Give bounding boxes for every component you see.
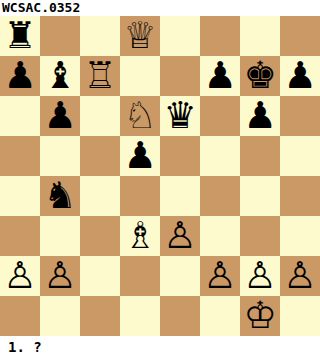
square-d8[interactable]: ♕ (120, 16, 160, 56)
square-b7[interactable]: ♝ (40, 56, 80, 96)
square-g3[interactable] (240, 216, 280, 256)
square-e3[interactable]: ♙ (160, 216, 200, 256)
black-queen-icon: ♛ (163, 96, 196, 136)
white-queen-icon: ♕ (123, 16, 156, 56)
move-prompt: 1. ? (0, 336, 320, 360)
square-d3[interactable]: ♗ (120, 216, 160, 256)
square-h1[interactable] (280, 296, 320, 336)
square-c4[interactable] (80, 176, 120, 216)
square-e7[interactable] (160, 56, 200, 96)
square-g1[interactable]: ♔ (240, 296, 280, 336)
white-king-icon: ♔ (243, 296, 276, 336)
square-f5[interactable] (200, 136, 240, 176)
square-h7[interactable]: ♟ (280, 56, 320, 96)
square-h5[interactable] (280, 136, 320, 176)
square-f3[interactable] (200, 216, 240, 256)
black-pawn-icon: ♟ (243, 96, 276, 136)
square-g2[interactable]: ♙ (240, 256, 280, 296)
square-e5[interactable] (160, 136, 200, 176)
square-f4[interactable] (200, 176, 240, 216)
white-rook-icon: ♖ (83, 56, 116, 96)
black-pawn-icon: ♟ (203, 56, 236, 96)
square-b3[interactable] (40, 216, 80, 256)
square-h8[interactable] (280, 16, 320, 56)
square-b5[interactable] (40, 136, 80, 176)
square-d1[interactable] (120, 296, 160, 336)
square-c1[interactable] (80, 296, 120, 336)
square-h4[interactable] (280, 176, 320, 216)
black-knight-icon: ♞ (43, 176, 76, 216)
square-e2[interactable] (160, 256, 200, 296)
square-f1[interactable] (200, 296, 240, 336)
puzzle-title: WCSAC.0352 (0, 0, 320, 16)
square-g4[interactable] (240, 176, 280, 216)
square-d4[interactable] (120, 176, 160, 216)
black-pawn-icon: ♟ (3, 56, 36, 96)
square-a8[interactable]: ♜ (0, 16, 40, 56)
square-e1[interactable] (160, 296, 200, 336)
black-pawn-icon: ♟ (283, 56, 316, 96)
white-pawn-icon: ♙ (243, 256, 276, 296)
white-knight-icon: ♘ (123, 96, 156, 136)
square-a1[interactable] (0, 296, 40, 336)
square-f7[interactable]: ♟ (200, 56, 240, 96)
white-pawn-icon: ♙ (163, 216, 196, 256)
chess-board: ♜♕♟♝♖♟♚♟♟♘♛♟♟♞♗♙♙♙♙♙♙♔ (0, 16, 320, 336)
square-h2[interactable]: ♙ (280, 256, 320, 296)
square-h3[interactable] (280, 216, 320, 256)
square-d2[interactable] (120, 256, 160, 296)
square-c6[interactable] (80, 96, 120, 136)
white-pawn-icon: ♙ (283, 256, 316, 296)
square-g5[interactable] (240, 136, 280, 176)
square-g7[interactable]: ♚ (240, 56, 280, 96)
square-f6[interactable] (200, 96, 240, 136)
white-pawn-icon: ♙ (43, 256, 76, 296)
square-d7[interactable] (120, 56, 160, 96)
square-b1[interactable] (40, 296, 80, 336)
square-g6[interactable]: ♟ (240, 96, 280, 136)
square-b8[interactable] (40, 16, 80, 56)
square-b6[interactable]: ♟ (40, 96, 80, 136)
square-c2[interactable] (80, 256, 120, 296)
black-bishop-icon: ♝ (43, 56, 76, 96)
white-pawn-icon: ♙ (203, 256, 236, 296)
square-a7[interactable]: ♟ (0, 56, 40, 96)
white-pawn-icon: ♙ (3, 256, 36, 296)
black-rook-icon: ♜ (3, 16, 36, 56)
square-d6[interactable]: ♘ (120, 96, 160, 136)
black-pawn-icon: ♟ (123, 136, 156, 176)
square-c7[interactable]: ♖ (80, 56, 120, 96)
square-a2[interactable]: ♙ (0, 256, 40, 296)
square-e6[interactable]: ♛ (160, 96, 200, 136)
square-h6[interactable] (280, 96, 320, 136)
square-a4[interactable] (0, 176, 40, 216)
square-a6[interactable] (0, 96, 40, 136)
square-c5[interactable] (80, 136, 120, 176)
square-g8[interactable] (240, 16, 280, 56)
square-d5[interactable]: ♟ (120, 136, 160, 176)
white-bishop-icon: ♗ (123, 216, 156, 256)
black-king-icon: ♚ (243, 56, 276, 96)
square-b4[interactable]: ♞ (40, 176, 80, 216)
square-a5[interactable] (0, 136, 40, 176)
square-f8[interactable] (200, 16, 240, 56)
square-f2[interactable]: ♙ (200, 256, 240, 296)
square-c3[interactable] (80, 216, 120, 256)
square-a3[interactable] (0, 216, 40, 256)
square-e8[interactable] (160, 16, 200, 56)
square-b2[interactable]: ♙ (40, 256, 80, 296)
black-pawn-icon: ♟ (43, 96, 76, 136)
square-e4[interactable] (160, 176, 200, 216)
square-c8[interactable] (80, 16, 120, 56)
